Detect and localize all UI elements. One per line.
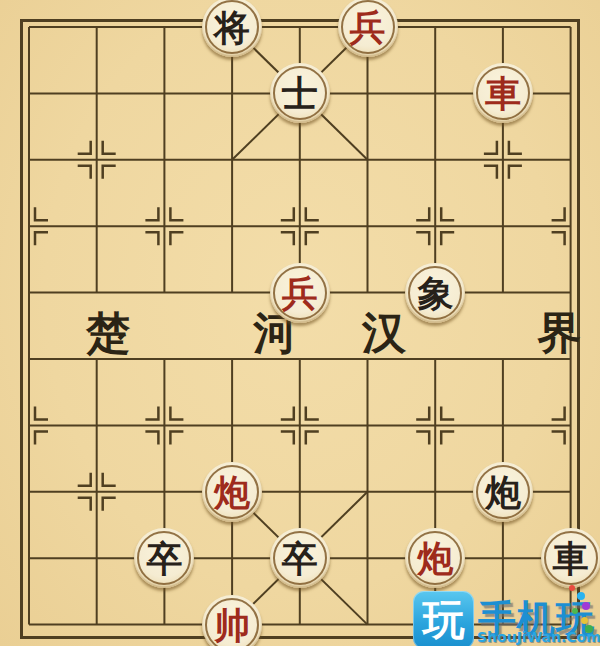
piece-glyph: 象 <box>417 275 453 311</box>
piece-red-general[interactable]: 帅 <box>202 595 262 646</box>
piece-glyph: 卒 <box>146 540 182 576</box>
piece-glyph: 帅 <box>214 607 250 643</box>
piece-black-cannon[interactable]: 炮 <box>473 462 533 522</box>
piece-glyph: 車 <box>553 540 589 576</box>
piece-glyph: 卒 <box>282 540 318 576</box>
piece-black-chariot[interactable]: 車 <box>541 528 600 588</box>
piece-glyph: 兵 <box>282 275 318 311</box>
piece-black-soldier[interactable]: 卒 <box>270 528 330 588</box>
piece-glyph: 兵 <box>350 9 386 45</box>
river-label-han-jie: 汉 界 <box>362 304 600 363</box>
xiangqi-board: 楚 河 汉 界 将兵士車兵象炮炮卒卒炮車帅 玩 手机玩 ShouJiWan.Co… <box>0 0 600 646</box>
piece-red-cannon[interactable]: 炮 <box>405 528 465 588</box>
piece-red-chariot[interactable]: 車 <box>473 63 533 123</box>
piece-glyph: 将 <box>214 9 250 45</box>
piece-glyph: 車 <box>485 75 521 111</box>
piece-red-cannon[interactable]: 炮 <box>202 462 262 522</box>
piece-glyph: 炮 <box>417 540 453 576</box>
piece-black-soldier[interactable]: 卒 <box>134 528 194 588</box>
piece-glyph: 士 <box>282 75 318 111</box>
piece-red-soldier[interactable]: 兵 <box>270 263 330 323</box>
piece-black-elephant[interactable]: 象 <box>405 263 465 323</box>
piece-glyph: 炮 <box>214 474 250 510</box>
piece-black-advisor[interactable]: 士 <box>270 63 330 123</box>
piece-glyph: 炮 <box>485 474 521 510</box>
